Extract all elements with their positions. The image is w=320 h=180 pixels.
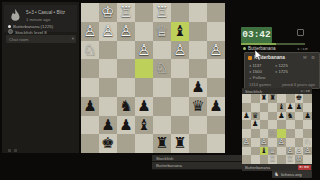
under-board-row-stockfish[interactable]: Stockfish ▾ <box>152 155 248 163</box>
rating-rapid: ●1500 <box>249 69 262 74</box>
square-d2[interactable]: ♕ <box>153 22 171 41</box>
active-clock-display: 03:42 <box>241 27 272 43</box>
square-b5[interactable]: ♟ <box>251 120 260 129</box>
square-b2[interactable] <box>189 22 207 41</box>
under-board-row-label: Butterbanana <box>156 163 182 168</box>
square-e8[interactable] <box>135 134 153 153</box>
square-c7[interactable] <box>171 116 189 135</box>
white-color-dot <box>8 25 11 28</box>
square-a4[interactable] <box>207 59 225 78</box>
square-a1[interactable] <box>242 155 251 164</box>
square-d8[interactable]: ♜ <box>153 134 171 153</box>
square-c6[interactable] <box>260 112 269 121</box>
player-white-row[interactable]: Butterbanana (1225) <box>8 24 53 29</box>
mouse-cursor-icon <box>254 50 263 61</box>
under-board-row-butterbanana[interactable]: Butterbanana ▾ <box>152 162 248 170</box>
sidebar-footer-icon-2[interactable] <box>14 149 17 152</box>
square-b2[interactable] <box>251 147 260 156</box>
message-icon[interactable]: ✉ <box>303 55 307 60</box>
square-c7[interactable] <box>260 103 269 112</box>
square-d6[interactable] <box>268 112 277 121</box>
white-piece-p-h2[interactable]: ♙ <box>81 22 99 41</box>
square-a2[interactable] <box>207 22 225 41</box>
square-d1[interactable]: ♖ <box>153 3 171 22</box>
square-d4[interactable]: ♘ <box>153 59 171 78</box>
square-h1[interactable] <box>303 155 312 164</box>
square-e1[interactable] <box>135 3 153 22</box>
preview-top-name: Stockfish <box>245 89 262 94</box>
square-f4[interactable] <box>286 129 295 138</box>
square-g4[interactable] <box>295 129 304 138</box>
black-piece-p-e6[interactable]: ♟ <box>135 97 153 116</box>
games-count[interactable]: 1314 games <box>249 82 271 87</box>
square-e7[interactable]: ♝ <box>135 116 153 135</box>
square-c1[interactable] <box>260 155 269 164</box>
square-c5[interactable] <box>171 78 189 97</box>
main-chess-board[interactable]: ♔♖♖♙♙♙♕♝♘♙♙♙♘♟♟♞♟♛♟♟♟♝♚♜♜ <box>81 3 225 153</box>
black-piece-k-g8[interactable]: ♚ <box>99 134 117 153</box>
square-g6[interactable] <box>99 97 117 116</box>
square-e1[interactable] <box>277 155 286 164</box>
square-h5[interactable] <box>81 78 99 97</box>
lichess-org-label: lichess.org <box>281 172 302 177</box>
square-a7[interactable] <box>207 116 225 135</box>
black-piece-p-b5[interactable]: ♟ <box>189 78 207 97</box>
white-piece-n-d4[interactable]: ♘ <box>153 59 171 78</box>
square-a5[interactable] <box>242 120 251 129</box>
black-piece-p-h6[interactable]: ♟ <box>81 97 99 116</box>
square-d7[interactable] <box>268 103 277 112</box>
follow-button[interactable]: + Follow <box>249 75 265 80</box>
square-b6[interactable]: ♛ <box>189 97 207 116</box>
square-c2[interactable]: ♝ <box>260 147 269 156</box>
square-f8[interactable] <box>117 134 135 153</box>
rating-classical: ●1725 <box>275 69 288 74</box>
square-b4[interactable] <box>251 129 260 138</box>
square-a8[interactable] <box>242 94 251 103</box>
black-piece-r-c8[interactable]: ♜ <box>171 134 189 153</box>
square-g7[interactable]: ♟ <box>295 103 304 112</box>
white-piece-p-c3[interactable]: ♙ <box>171 41 189 60</box>
square-c5[interactable] <box>260 120 269 129</box>
black-piece-b-c2[interactable]: ♝ <box>171 22 189 41</box>
black-piece-p-a6[interactable]: ♟ <box>207 97 225 116</box>
white-piece-n-h3[interactable]: ♘ <box>81 41 99 60</box>
black-color-dot <box>8 29 13 34</box>
black-piece-r-d8[interactable]: ♜ <box>153 134 171 153</box>
white-piece-p-a3[interactable]: ♙ <box>207 41 225 60</box>
square-e6[interactable]: ♟ <box>135 97 153 116</box>
square-d8[interactable]: ♜ <box>268 94 277 103</box>
black-piece-q-b6[interactable]: ♛ <box>189 97 207 116</box>
square-c6[interactable] <box>171 97 189 116</box>
black-piece-n-f6[interactable]: ♞ <box>286 112 295 121</box>
black-piece-p-g7[interactable]: ♟ <box>99 116 117 135</box>
user-flair-icon <box>248 56 252 60</box>
square-e2[interactable] <box>277 147 286 156</box>
black-piece-p-g7[interactable]: ♟ <box>295 103 304 112</box>
chat-room-label: Chat room <box>9 37 29 42</box>
square-b5[interactable]: ♟ <box>189 78 207 97</box>
square-f4[interactable] <box>117 59 135 78</box>
preview-bottom-name: Butterbanana <box>245 165 270 170</box>
square-g8[interactable]: ♚ <box>99 134 117 153</box>
black-piece-p-h6[interactable]: ♟ <box>303 112 312 121</box>
square-f5[interactable] <box>286 120 295 129</box>
black-piece-p-a6[interactable]: ♟ <box>242 112 251 121</box>
game-meta-line2: 1 minute ago <box>26 17 50 22</box>
player-small-clock: 1:10 <box>297 46 308 51</box>
sidebar-footer-icon-1[interactable] <box>8 149 11 152</box>
square-h1[interactable] <box>81 3 99 22</box>
square-a6[interactable]: ♟ <box>242 112 251 121</box>
player-black-row[interactable]: Stockfish level 8 <box>8 29 47 35</box>
square-c1[interactable] <box>171 3 189 22</box>
square-a3[interactable]: ♙ <box>207 41 225 60</box>
player-white-label: Butterbanana (1225) <box>13 24 53 29</box>
square-f7[interactable]: ♟ <box>117 116 135 135</box>
rating-bullet: ●1137 <box>249 63 261 68</box>
square-h7[interactable] <box>81 116 99 135</box>
square-b8[interactable] <box>189 134 207 153</box>
square-a1[interactable] <box>207 3 225 22</box>
chat-room-bar[interactable]: Chat room ▾ <box>6 35 76 43</box>
square-b7[interactable] <box>189 116 207 135</box>
black-piece-r-c8[interactable]: ♜ <box>260 94 269 103</box>
square-d5[interactable] <box>153 78 171 97</box>
square-g5[interactable] <box>99 78 117 97</box>
square-h8[interactable] <box>81 134 99 153</box>
square-g5[interactable] <box>295 120 304 129</box>
square-f6[interactable]: ♞ <box>117 97 135 116</box>
white-piece-p-a3[interactable]: ♙ <box>242 138 251 147</box>
square-a2[interactable] <box>242 147 251 156</box>
white-piece-r-f1[interactable]: ♖ <box>286 155 295 164</box>
white-piece-r-f1[interactable]: ♖ <box>117 3 135 22</box>
square-f3[interactable] <box>117 41 135 60</box>
rating-blitz: ●1225 <box>275 63 288 68</box>
square-f1[interactable]: ♖ <box>286 155 295 164</box>
black-piece-r-d8[interactable]: ♜ <box>268 94 277 103</box>
under-board-panel: Stockfish ▾ Butterbanana ▾ <box>152 155 248 168</box>
square-a5[interactable] <box>207 78 225 97</box>
square-d1[interactable]: ♖ <box>268 155 277 164</box>
square-c4[interactable] <box>171 59 189 78</box>
square-d4[interactable]: ♘ <box>268 129 277 138</box>
square-b3[interactable] <box>189 41 207 60</box>
square-h4[interactable] <box>81 59 99 78</box>
white-piece-k-g1[interactable]: ♔ <box>295 155 304 164</box>
square-g3[interactable] <box>99 41 117 60</box>
square-c2[interactable]: ♝ <box>171 22 189 41</box>
square-c8[interactable]: ♜ <box>171 134 189 153</box>
square-h8[interactable] <box>303 94 312 103</box>
square-g1[interactable]: ♔ <box>99 3 117 22</box>
square-e5[interactable] <box>277 120 286 129</box>
black-piece-b-e7[interactable]: ♝ <box>135 116 153 135</box>
white-piece-q-d2[interactable]: ♕ <box>153 22 171 41</box>
chevron-down-icon[interactable]: ▾ <box>72 36 74 41</box>
square-h2[interactable]: ♙ <box>303 147 312 156</box>
sidebar: 5+3 • Casual • Blitz 1 minute ago Butter… <box>2 2 79 153</box>
square-g2[interactable]: ♙ <box>99 22 117 41</box>
challenge-icon[interactable]: ⚙ <box>311 55 315 60</box>
lichess-game-page: 5+3 • Casual • Blitz 1 minute ago Butter… <box>0 0 320 180</box>
lichess-org-button[interactable]: ♞ lichess.org <box>272 171 312 178</box>
square-h3[interactable]: ♘ <box>81 41 99 60</box>
joined-text: joined 4 years ago <box>282 82 315 87</box>
square-f5[interactable] <box>117 78 135 97</box>
preview-bottom-bar: Butterbanana 0:08 <box>242 164 312 171</box>
black-piece-n-f6[interactable]: ♞ <box>117 97 135 116</box>
blitz-flame-icon <box>10 9 21 24</box>
square-c8[interactable]: ♜ <box>260 94 269 103</box>
black-piece-b-c2[interactable]: ♝ <box>260 147 269 156</box>
knight-logo-icon: ♞ <box>274 171 279 177</box>
white-piece-n-d4[interactable]: ♘ <box>268 129 277 138</box>
square-b4[interactable] <box>189 59 207 78</box>
square-e6[interactable]: ♟ <box>277 112 286 121</box>
square-e3[interactable]: ♙ <box>135 41 153 60</box>
white-piece-p-g2[interactable]: ♙ <box>99 22 117 41</box>
square-b1[interactable] <box>189 3 207 22</box>
online-dot <box>243 47 246 50</box>
white-piece-r-d1[interactable]: ♖ <box>153 3 171 22</box>
square-a8[interactable] <box>207 134 225 153</box>
square-h2[interactable]: ♙ <box>81 22 99 41</box>
clock-settings-icon[interactable] <box>297 29 304 36</box>
white-piece-p-e3[interactable]: ♙ <box>135 41 153 60</box>
square-b3[interactable] <box>251 138 260 147</box>
under-board-row-label: Stockfish <box>156 156 173 161</box>
square-b8[interactable] <box>251 94 260 103</box>
square-g4[interactable] <box>99 59 117 78</box>
black-piece-p-f7[interactable]: ♟ <box>117 116 135 135</box>
square-c3[interactable]: ♙ <box>171 41 189 60</box>
square-a3[interactable]: ♙ <box>242 138 251 147</box>
square-e2[interactable] <box>135 22 153 41</box>
white-piece-k-g1[interactable]: ♔ <box>99 3 117 22</box>
square-d6[interactable] <box>153 97 171 116</box>
white-piece-p-e3[interactable]: ♙ <box>277 138 286 147</box>
square-e5[interactable] <box>135 78 153 97</box>
game-meta-line1: 5+3 • Casual • Blitz <box>26 10 65 15</box>
preview-low-time-badge: 0:08 <box>298 165 311 170</box>
square-h6[interactable]: ♟ <box>81 97 99 116</box>
square-d3[interactable] <box>153 41 171 60</box>
square-h6[interactable]: ♟ <box>303 112 312 121</box>
black-piece-p-e6[interactable]: ♟ <box>277 112 286 121</box>
square-g6[interactable] <box>295 112 304 121</box>
square-g1[interactable]: ♔ <box>295 155 304 164</box>
square-a6[interactable]: ♟ <box>207 97 225 116</box>
square-d7[interactable] <box>153 116 171 135</box>
square-e3[interactable]: ♙ <box>277 138 286 147</box>
square-b1[interactable] <box>251 155 260 164</box>
white-piece-p-h2[interactable]: ♙ <box>303 147 312 156</box>
white-piece-p-f2[interactable]: ♙ <box>117 22 135 41</box>
clock-progress-line <box>241 43 305 45</box>
white-piece-r-d1[interactable]: ♖ <box>268 155 277 164</box>
square-e4[interactable] <box>135 59 153 78</box>
preview-chess-board[interactable]: ♜♜♚♝♟♟♟♛♟♞♟♟♘♙♙♙♘♝♕♙♙♙♖♖♔ <box>242 94 312 164</box>
square-f2[interactable]: ♙ <box>117 22 135 41</box>
square-h5[interactable] <box>303 120 312 129</box>
square-f6[interactable]: ♞ <box>286 112 295 121</box>
square-g7[interactable]: ♟ <box>99 116 117 135</box>
black-piece-p-b5[interactable]: ♟ <box>251 120 260 129</box>
square-f1[interactable]: ♖ <box>117 3 135 22</box>
